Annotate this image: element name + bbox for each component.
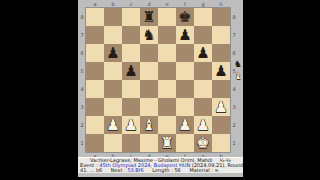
rank-label: 3 bbox=[79, 98, 85, 116]
square-a5 bbox=[86, 62, 104, 80]
square-b3 bbox=[104, 98, 122, 116]
square-h6 bbox=[212, 44, 230, 62]
white-pawn-icon: ♟ bbox=[104, 116, 122, 134]
square-a7 bbox=[86, 26, 104, 44]
rank-label: 3 bbox=[231, 98, 237, 116]
black-pawn-icon: ♟ bbox=[176, 26, 194, 44]
square-b7 bbox=[104, 26, 122, 44]
rank-label: 5 bbox=[79, 62, 85, 80]
square-c2: ♟ bbox=[122, 116, 140, 134]
square-f5 bbox=[176, 62, 194, 80]
square-c4 bbox=[122, 80, 140, 98]
square-e7 bbox=[158, 26, 176, 44]
square-a3 bbox=[86, 98, 104, 116]
square-h7 bbox=[212, 26, 230, 44]
square-f3 bbox=[176, 98, 194, 116]
square-g4 bbox=[194, 80, 212, 98]
square-f8: ♚ bbox=[176, 8, 194, 26]
square-f2: ♟ bbox=[176, 116, 194, 134]
square-e5 bbox=[158, 62, 176, 80]
caption-bar: Vachier-Lagrave, Maxime - Gholami Orimi,… bbox=[78, 157, 243, 173]
square-a1 bbox=[86, 134, 104, 152]
black-knight-icon: ♞ bbox=[233, 58, 243, 70]
white-rook-icon: ♜ bbox=[158, 134, 176, 152]
square-g8 bbox=[194, 8, 212, 26]
square-h8 bbox=[212, 8, 230, 26]
board-panel: abcdefgh abcdefgh 87654321 87654321 ♜♚♞♟… bbox=[78, 0, 243, 177]
file-label: e bbox=[158, 1, 176, 7]
black-pawn-icon: ♟ bbox=[104, 44, 122, 62]
square-a2 bbox=[86, 116, 104, 134]
square-d1 bbox=[140, 134, 158, 152]
white-king-icon: ♚ bbox=[194, 134, 212, 152]
square-a4 bbox=[86, 80, 104, 98]
current-move: 41. ... b6 bbox=[80, 168, 102, 173]
square-e6 bbox=[158, 44, 176, 62]
black-pawn-icon: ♟ bbox=[194, 44, 212, 62]
square-g6: ♟ bbox=[194, 44, 212, 62]
rank-label: 2 bbox=[231, 116, 237, 134]
square-g3 bbox=[194, 98, 212, 116]
black-pawn-icon: ♟ bbox=[212, 62, 230, 80]
white-pawn-icon: ♟ bbox=[212, 98, 230, 116]
square-c8 bbox=[122, 8, 140, 26]
length-stat: Length : 56 bbox=[152, 168, 180, 173]
next-move: 53.Bf6 bbox=[127, 168, 143, 173]
square-e2 bbox=[158, 116, 176, 134]
black-knight-icon: ♞ bbox=[140, 26, 158, 44]
white-pawn-icon: ♟ bbox=[176, 116, 194, 134]
square-g2: ♟ bbox=[194, 116, 212, 134]
rank-label: 6 bbox=[79, 44, 85, 62]
square-c7 bbox=[122, 26, 140, 44]
square-g5 bbox=[194, 62, 212, 80]
white-pawn-icon: ♟ bbox=[122, 116, 140, 134]
square-a8 bbox=[86, 8, 104, 26]
rank-label: 1 bbox=[231, 134, 237, 152]
square-e1: ♜ bbox=[158, 134, 176, 152]
rank-label: 8 bbox=[231, 8, 237, 26]
square-c3 bbox=[122, 98, 140, 116]
square-d2: ♝ bbox=[140, 116, 158, 134]
square-g7 bbox=[194, 26, 212, 44]
material-stat: Material : = bbox=[189, 168, 218, 173]
file-label: d bbox=[140, 1, 158, 7]
square-d8: ♜ bbox=[140, 8, 158, 26]
square-b5 bbox=[104, 62, 122, 80]
black-pawn-icon: ♟ bbox=[122, 62, 140, 80]
square-f1 bbox=[176, 134, 194, 152]
black-king-icon: ♚ bbox=[176, 8, 194, 26]
square-d6 bbox=[140, 44, 158, 62]
square-f7: ♟ bbox=[176, 26, 194, 44]
material-indicator: ♞ ♝ bbox=[233, 58, 243, 90]
square-c5: ♟ bbox=[122, 62, 140, 80]
white-bishop-icon: ♝ bbox=[233, 70, 243, 82]
rank-label: 8 bbox=[79, 8, 85, 26]
white-pawn-icon: ♟ bbox=[194, 116, 212, 134]
square-h1 bbox=[212, 134, 230, 152]
square-e3 bbox=[158, 98, 176, 116]
square-h5: ♟ bbox=[212, 62, 230, 80]
rank-label: 2 bbox=[79, 116, 85, 134]
square-h2 bbox=[212, 116, 230, 134]
file-label: b bbox=[104, 1, 122, 7]
file-label: h bbox=[212, 1, 230, 7]
square-f6 bbox=[176, 44, 194, 62]
rank-label: 1 bbox=[79, 134, 85, 152]
next-label: Next : bbox=[111, 168, 126, 173]
square-d3 bbox=[140, 98, 158, 116]
video-frame: abcdefgh abcdefgh 87654321 87654321 ♜♚♞♟… bbox=[0, 0, 320, 180]
rank-label: 7 bbox=[231, 26, 237, 44]
square-a6 bbox=[86, 44, 104, 62]
square-e8 bbox=[158, 8, 176, 26]
square-b4 bbox=[104, 80, 122, 98]
file-labels-top: abcdefgh bbox=[86, 1, 230, 7]
square-b6: ♟ bbox=[104, 44, 122, 62]
stats-line: 41. ... b6 Next : 53.Bf6 Length : 56 Mat… bbox=[78, 168, 243, 173]
square-b2: ♟ bbox=[104, 116, 122, 134]
square-h4 bbox=[212, 80, 230, 98]
square-c6 bbox=[122, 44, 140, 62]
file-label: c bbox=[122, 1, 140, 7]
square-e4 bbox=[158, 80, 176, 98]
square-b1 bbox=[104, 134, 122, 152]
file-label: f bbox=[176, 1, 194, 7]
black-rook-icon: ♜ bbox=[140, 8, 158, 26]
square-b8 bbox=[104, 8, 122, 26]
square-c1 bbox=[122, 134, 140, 152]
rank-labels-left: 87654321 bbox=[79, 8, 85, 152]
square-d5 bbox=[140, 62, 158, 80]
file-label: g bbox=[194, 1, 212, 7]
square-d7: ♞ bbox=[140, 26, 158, 44]
square-g1: ♚ bbox=[194, 134, 212, 152]
chess-board: ♜♚♞♟♟♟♟♟♟♟♟♝♟♟♜♚ bbox=[86, 8, 230, 152]
rank-label: 7 bbox=[79, 26, 85, 44]
square-h3: ♟ bbox=[212, 98, 230, 116]
square-d4 bbox=[140, 80, 158, 98]
square-f4 bbox=[176, 80, 194, 98]
rank-label: 4 bbox=[79, 80, 85, 98]
white-bishop-icon: ♝ bbox=[140, 116, 158, 134]
file-label: a bbox=[86, 1, 104, 7]
